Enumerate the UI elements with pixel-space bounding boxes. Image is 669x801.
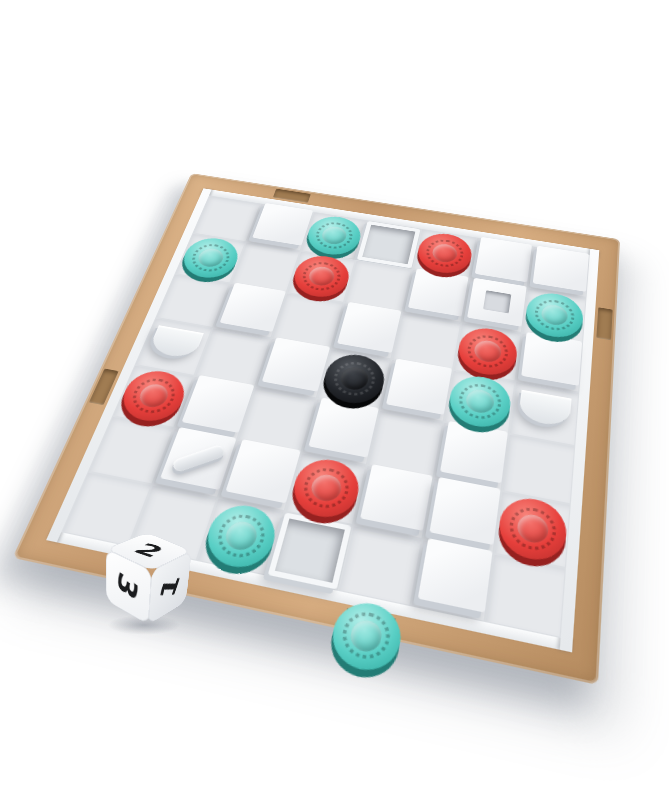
raised-tile[interactable] — [360, 464, 433, 531]
board-scene — [12, 64, 662, 764]
red-piece[interactable] — [287, 455, 364, 523]
red-piece[interactable] — [496, 493, 568, 565]
teal-piece[interactable] — [303, 213, 365, 258]
raised-tile[interactable] — [386, 359, 452, 415]
raised-tile[interactable] — [429, 477, 500, 545]
red-piece[interactable] — [289, 252, 354, 300]
die-digit-left: 3 — [112, 566, 145, 606]
cell-r1c5 — [412, 229, 477, 279]
die-digit-top: 2 — [127, 540, 170, 561]
raised-tile[interactable] — [533, 246, 589, 292]
red-piece[interactable] — [414, 230, 474, 276]
teal-piece[interactable] — [446, 372, 513, 432]
raised-tile[interactable] — [418, 538, 493, 612]
wedge-bar — [172, 443, 226, 472]
red-piece[interactable] — [455, 324, 520, 379]
frame-slot-right — [596, 307, 612, 340]
teal-piece[interactable] — [524, 290, 585, 342]
product-photo: 2 3 1 — [0, 0, 669, 801]
teal-piece[interactable] — [326, 597, 406, 676]
half-round-tile[interactable] — [518, 390, 572, 429]
square-hole — [483, 291, 510, 314]
cell-r2c7 — [522, 288, 587, 343]
half-round-tile[interactable] — [147, 325, 203, 360]
die-cube[interactable]: 2 3 1 — [126, 539, 172, 611]
cell-r4c4 — [317, 349, 392, 410]
die-digit-right: 1 — [154, 575, 185, 599]
hole-tile[interactable] — [467, 278, 527, 327]
cell-r6c7 — [493, 491, 570, 568]
raised-tile[interactable] — [475, 237, 532, 282]
black-piece[interactable] — [319, 350, 389, 407]
cell-r3c6 — [453, 323, 522, 382]
die[interactable]: 2 3 1 — [88, 524, 208, 644]
raised-tile[interactable] — [337, 302, 401, 353]
